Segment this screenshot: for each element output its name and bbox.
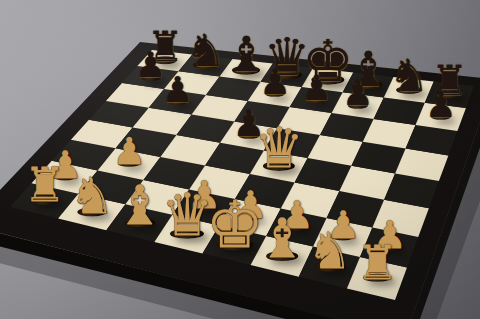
chess-board xyxy=(0,0,480,319)
photo-backdrop: ♜♞♝♛♟♚♝♞♟♜♟♟♟♟♟♟♛♟♜♟♞♟♝♟♛♟♚♟♝♞♜ xyxy=(0,0,480,319)
